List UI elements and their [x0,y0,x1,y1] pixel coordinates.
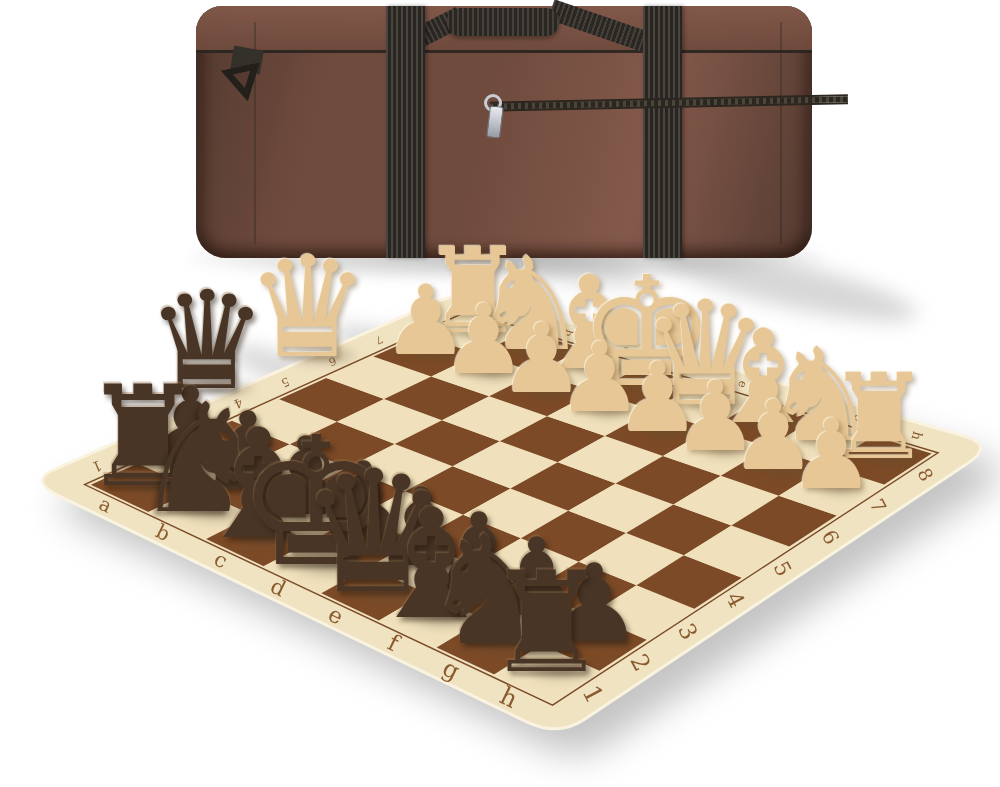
chess-set-product-photo: { "game": "chess", "scene": { "descripti… [0,0,1000,787]
chess-board: 1122334455667788aabbccddeeffgghh [0,0,1000,787]
